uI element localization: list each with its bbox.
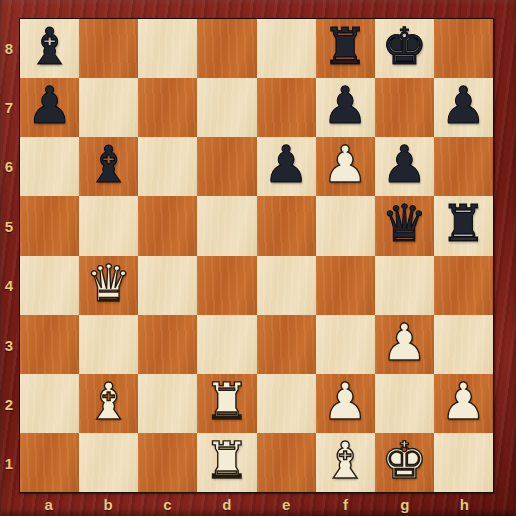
square-d5[interactable] bbox=[197, 196, 256, 255]
square-a3[interactable] bbox=[20, 315, 79, 374]
file-label-f: f bbox=[343, 496, 348, 513]
piece-black-pawn-icon[interactable]: ♟ bbox=[381, 139, 427, 190]
square-c3[interactable] bbox=[138, 315, 197, 374]
rank-label-4: 4 bbox=[5, 277, 13, 294]
square-d3[interactable] bbox=[197, 315, 256, 374]
square-b5[interactable] bbox=[79, 196, 138, 255]
square-h2[interactable]: ♟ bbox=[434, 374, 493, 433]
square-e5[interactable] bbox=[257, 196, 316, 255]
piece-white-rook-icon[interactable]: ♜ bbox=[204, 376, 250, 427]
square-c2[interactable] bbox=[138, 374, 197, 433]
piece-white-rook-icon[interactable]: ♜ bbox=[204, 435, 250, 486]
piece-black-bishop-icon[interactable]: ♝ bbox=[86, 139, 132, 190]
square-h5[interactable]: ♜ bbox=[434, 196, 493, 255]
square-b8[interactable] bbox=[79, 19, 138, 78]
square-d4[interactable] bbox=[197, 256, 256, 315]
piece-white-king-icon[interactable]: ♚ bbox=[381, 435, 427, 486]
square-h4[interactable] bbox=[434, 256, 493, 315]
square-d7[interactable] bbox=[197, 78, 256, 137]
square-a8[interactable]: ♝ bbox=[20, 19, 79, 78]
square-e7[interactable] bbox=[257, 78, 316, 137]
square-a4[interactable] bbox=[20, 256, 79, 315]
square-e3[interactable] bbox=[257, 315, 316, 374]
square-h6[interactable] bbox=[434, 137, 493, 196]
square-e6[interactable]: ♟ bbox=[257, 137, 316, 196]
rank-label-5: 5 bbox=[5, 217, 13, 234]
square-a6[interactable] bbox=[20, 137, 79, 196]
square-e1[interactable] bbox=[257, 433, 316, 492]
square-f7[interactable]: ♟ bbox=[316, 78, 375, 137]
piece-black-rook-icon[interactable]: ♜ bbox=[441, 198, 487, 249]
square-c8[interactable] bbox=[138, 19, 197, 78]
file-label-h: h bbox=[460, 496, 469, 513]
piece-black-king-icon[interactable]: ♚ bbox=[381, 21, 427, 72]
piece-white-pawn-icon[interactable]: ♟ bbox=[381, 317, 427, 368]
piece-black-queen-icon[interactable]: ♛ bbox=[381, 198, 427, 249]
square-a2[interactable] bbox=[20, 374, 79, 433]
rank-label-8: 8 bbox=[5, 39, 13, 56]
square-e8[interactable] bbox=[257, 19, 316, 78]
square-b4[interactable]: ♛ bbox=[79, 256, 138, 315]
square-f4[interactable] bbox=[316, 256, 375, 315]
rank-label-3: 3 bbox=[5, 336, 13, 353]
square-c7[interactable] bbox=[138, 78, 197, 137]
piece-black-pawn-icon[interactable]: ♟ bbox=[263, 139, 309, 190]
rank-label-1: 1 bbox=[5, 455, 13, 472]
square-e4[interactable] bbox=[257, 256, 316, 315]
file-label-b: b bbox=[103, 496, 112, 513]
square-d1[interactable]: ♜ bbox=[197, 433, 256, 492]
square-a1[interactable] bbox=[20, 433, 79, 492]
square-g7[interactable] bbox=[375, 78, 434, 137]
piece-white-pawn-icon[interactable]: ♟ bbox=[322, 139, 368, 190]
square-f8[interactable]: ♜ bbox=[316, 19, 375, 78]
square-b7[interactable] bbox=[79, 78, 138, 137]
square-g3[interactable]: ♟ bbox=[375, 315, 434, 374]
square-f2[interactable]: ♟ bbox=[316, 374, 375, 433]
square-h3[interactable] bbox=[434, 315, 493, 374]
square-b2[interactable]: ♝ bbox=[79, 374, 138, 433]
square-g8[interactable]: ♚ bbox=[375, 19, 434, 78]
file-label-a: a bbox=[45, 496, 53, 513]
piece-black-pawn-icon[interactable]: ♟ bbox=[441, 80, 487, 131]
square-b6[interactable]: ♝ bbox=[79, 137, 138, 196]
rank-label-6: 6 bbox=[5, 158, 13, 175]
square-g1[interactable]: ♚ bbox=[375, 433, 434, 492]
square-c6[interactable] bbox=[138, 137, 197, 196]
square-g6[interactable]: ♟ bbox=[375, 137, 434, 196]
file-label-c: c bbox=[163, 496, 171, 513]
square-d8[interactable] bbox=[197, 19, 256, 78]
square-h1[interactable] bbox=[434, 433, 493, 492]
piece-white-pawn-icon[interactable]: ♟ bbox=[441, 376, 487, 427]
piece-white-bishop-icon[interactable]: ♝ bbox=[86, 376, 132, 427]
square-h7[interactable]: ♟ bbox=[434, 78, 493, 137]
square-c4[interactable] bbox=[138, 256, 197, 315]
square-e2[interactable] bbox=[257, 374, 316, 433]
square-c5[interactable] bbox=[138, 196, 197, 255]
square-c1[interactable] bbox=[138, 433, 197, 492]
chessboard-window: ♝♜♚♟♟♟♝♟♟♟♛♜♛♟♝♜♟♟♜♝♚ 87654321abcdefgh bbox=[0, 0, 516, 516]
square-b3[interactable] bbox=[79, 315, 138, 374]
square-b1[interactable] bbox=[79, 433, 138, 492]
piece-white-bishop-icon[interactable]: ♝ bbox=[322, 435, 368, 486]
square-f5[interactable] bbox=[316, 196, 375, 255]
square-d6[interactable] bbox=[197, 137, 256, 196]
file-label-g: g bbox=[400, 496, 409, 513]
file-label-e: e bbox=[282, 496, 290, 513]
rank-label-2: 2 bbox=[5, 395, 13, 412]
rank-label-7: 7 bbox=[5, 99, 13, 116]
piece-white-pawn-icon[interactable]: ♟ bbox=[322, 376, 368, 427]
square-g4[interactable] bbox=[375, 256, 434, 315]
piece-black-pawn-icon[interactable]: ♟ bbox=[322, 80, 368, 131]
file-label-d: d bbox=[222, 496, 231, 513]
piece-black-rook-icon[interactable]: ♜ bbox=[322, 21, 368, 72]
piece-black-pawn-icon[interactable]: ♟ bbox=[27, 80, 73, 131]
square-h8[interactable] bbox=[434, 19, 493, 78]
square-f6[interactable]: ♟ bbox=[316, 137, 375, 196]
square-f3[interactable] bbox=[316, 315, 375, 374]
square-a7[interactable]: ♟ bbox=[20, 78, 79, 137]
square-g5[interactable]: ♛ bbox=[375, 196, 434, 255]
square-f1[interactable]: ♝ bbox=[316, 433, 375, 492]
piece-black-bishop-icon[interactable]: ♝ bbox=[27, 21, 73, 72]
square-a5[interactable] bbox=[20, 196, 79, 255]
square-g2[interactable] bbox=[375, 374, 434, 433]
square-d2[interactable]: ♜ bbox=[197, 374, 256, 433]
piece-white-queen-icon[interactable]: ♛ bbox=[86, 258, 132, 309]
chess-board: ♝♜♚♟♟♟♝♟♟♟♛♜♛♟♝♜♟♟♜♝♚ bbox=[19, 18, 494, 493]
